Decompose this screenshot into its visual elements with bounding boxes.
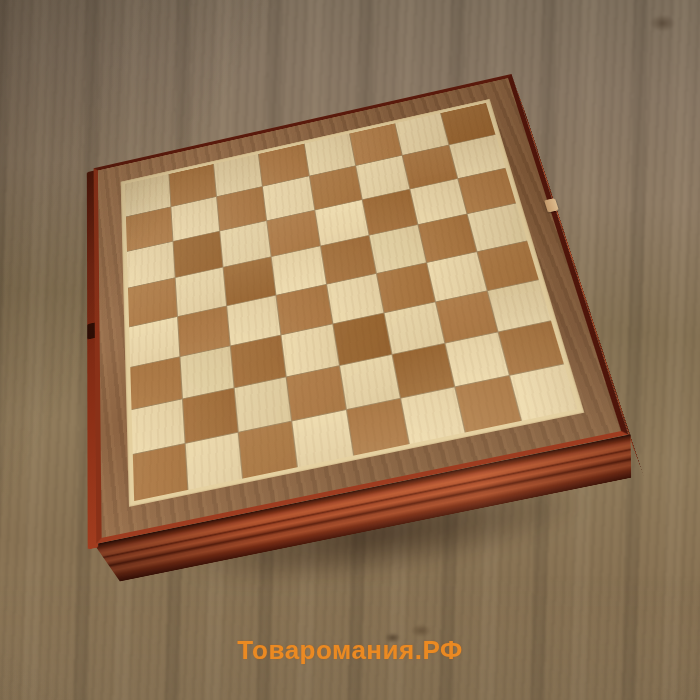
square-e2 (339, 355, 399, 409)
square-g2 (445, 332, 508, 386)
square-e3 (333, 313, 391, 365)
square-b1 (186, 433, 242, 490)
square-c2 (235, 377, 292, 431)
square-b3 (181, 346, 234, 398)
square-h3 (488, 280, 551, 331)
square-d3 (282, 324, 339, 376)
square-f4 (377, 263, 435, 312)
square-d1 (293, 410, 353, 467)
square-c3 (231, 335, 286, 387)
square-h2 (498, 321, 563, 375)
square-g4 (427, 252, 487, 301)
square-a2 (132, 399, 185, 454)
square-f3 (384, 302, 444, 354)
square-c1 (239, 421, 297, 478)
square-h4 (477, 241, 538, 290)
watermark: Товаромания.РФ (237, 637, 462, 663)
square-a1 (133, 444, 188, 501)
square-g1 (455, 376, 521, 433)
square-h1 (510, 364, 577, 420)
square-b2 (183, 388, 238, 443)
square-f1 (401, 387, 465, 444)
photo-scene: Товаромания.РФ (0, 0, 700, 700)
square-f2 (392, 344, 454, 398)
chess-board-grid (125, 103, 577, 501)
square-d2 (287, 366, 345, 420)
square-a3 (130, 357, 182, 409)
square-g3 (436, 291, 497, 343)
square-e1 (346, 399, 408, 456)
